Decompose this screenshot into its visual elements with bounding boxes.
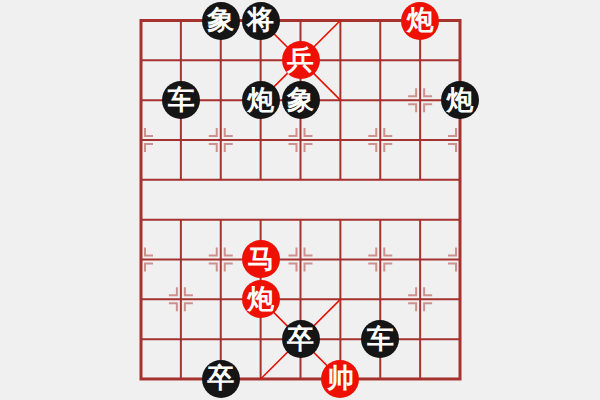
- position-marker: [408, 104, 416, 112]
- position-marker: [185, 287, 193, 295]
- position-marker: [368, 144, 376, 152]
- piece-red-general[interactable]: 帅: [321, 360, 359, 398]
- position-marker: [289, 247, 297, 255]
- position-marker: [408, 303, 416, 311]
- piece-red-cannon[interactable]: 炮: [401, 2, 439, 40]
- position-marker: [225, 263, 233, 271]
- position-marker: [384, 263, 392, 271]
- position-marker: [448, 247, 456, 255]
- position-marker: [384, 144, 392, 152]
- position-marker: [145, 247, 153, 255]
- position-marker: [225, 144, 233, 152]
- piece-black-elephant[interactable]: 象: [202, 2, 240, 40]
- position-marker: [209, 247, 217, 255]
- position-marker: [169, 303, 177, 311]
- piece-black-cannon[interactable]: 炮: [242, 81, 280, 119]
- position-marker: [209, 128, 217, 136]
- position-marker: [424, 303, 432, 311]
- piece-red-soldier[interactable]: 兵: [282, 41, 320, 79]
- position-marker: [384, 128, 392, 136]
- position-marker: [424, 104, 432, 112]
- position-marker: [209, 263, 217, 271]
- position-marker: [384, 247, 392, 255]
- position-marker: [289, 263, 297, 271]
- piece-red-horse[interactable]: 马: [242, 240, 280, 278]
- position-marker: [289, 128, 297, 136]
- position-marker: [305, 144, 313, 152]
- position-marker: [424, 287, 432, 295]
- position-marker: [368, 247, 376, 255]
- piece-black-chariot[interactable]: 车: [361, 320, 399, 358]
- piece-red-cannon[interactable]: 炮: [242, 280, 280, 318]
- position-marker: [408, 287, 416, 295]
- position-marker: [305, 128, 313, 136]
- piece-black-soldier[interactable]: 卒: [202, 360, 240, 398]
- position-marker: [145, 144, 153, 152]
- position-marker: [185, 303, 193, 311]
- position-marker: [408, 88, 416, 96]
- position-marker: [368, 128, 376, 136]
- position-marker: [289, 144, 297, 152]
- position-marker: [448, 144, 456, 152]
- position-marker: [225, 247, 233, 255]
- xiangqi-board-screen: 象将炮兵车炮象炮马炮卒车帅卒: [0, 0, 600, 400]
- position-marker: [368, 263, 376, 271]
- position-marker: [225, 128, 233, 136]
- position-marker: [305, 247, 313, 255]
- position-marker: [169, 287, 177, 295]
- position-marker: [145, 263, 153, 271]
- position-marker: [145, 128, 153, 136]
- piece-black-general[interactable]: 将: [242, 2, 280, 40]
- piece-black-soldier[interactable]: 卒: [282, 320, 320, 358]
- piece-black-chariot[interactable]: 车: [162, 81, 200, 119]
- position-marker: [424, 88, 432, 96]
- position-marker: [209, 144, 217, 152]
- piece-black-elephant[interactable]: 象: [282, 81, 320, 119]
- position-marker: [448, 263, 456, 271]
- position-marker: [305, 263, 313, 271]
- piece-black-cannon[interactable]: 炮: [441, 81, 479, 119]
- position-marker: [448, 128, 456, 136]
